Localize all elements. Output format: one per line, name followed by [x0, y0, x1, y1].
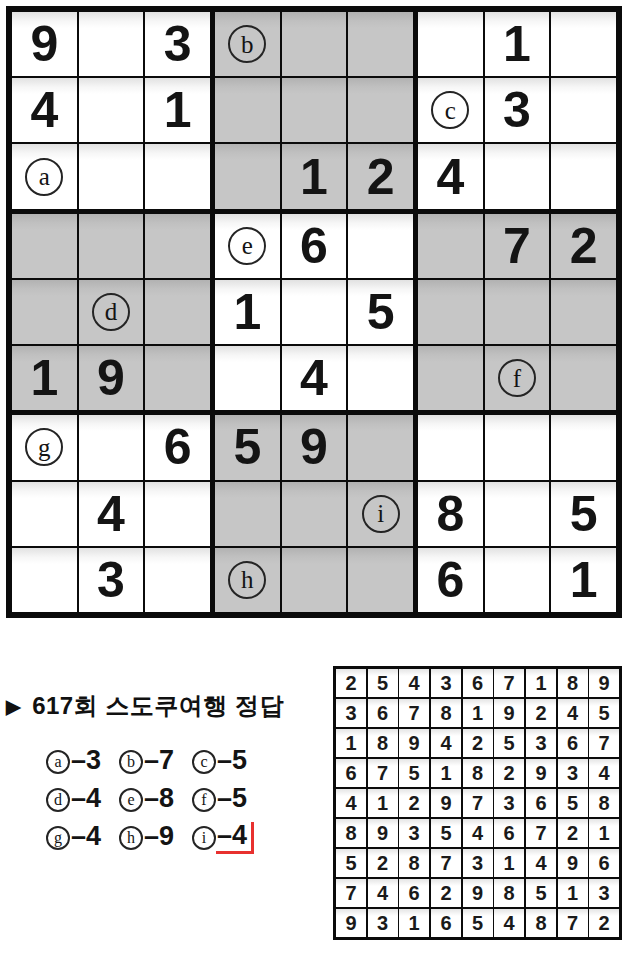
circled-letter-g: g — [25, 428, 63, 466]
puzzle-cell-r9c8[interactable] — [485, 548, 550, 612]
solution-box-5: 182973546 — [431, 759, 524, 847]
solution-cell-r7c1: 5 — [336, 849, 366, 877]
puzzle-cell-r9c3[interactable] — [145, 548, 210, 612]
puzzle-cell-r6c5[interactable]: 4 — [282, 346, 347, 410]
solution-digit: 6 — [472, 673, 483, 693]
solution-digit: 7 — [440, 853, 451, 873]
solution-digit: 7 — [598, 733, 609, 753]
puzzle-cell-r1c1[interactable]: 9 — [12, 12, 77, 76]
solution-cell-r2c9: 5 — [589, 699, 619, 727]
solution-digit: 8 — [345, 823, 356, 843]
puzzle-cell-r2c7[interactable]: c — [418, 78, 483, 142]
solution-cell-r1c7: 1 — [526, 669, 556, 697]
puzzle-digit: 4 — [300, 353, 328, 403]
solution-digit: 2 — [345, 673, 356, 693]
solution-cell-r9c6: 4 — [494, 909, 524, 937]
solution-cell-r4c9: 4 — [589, 759, 619, 787]
solution-cell-r7c7: 4 — [526, 849, 556, 877]
solution-cell-r8c1: 7 — [336, 879, 366, 907]
solution-cell-r2c2: 6 — [368, 699, 398, 727]
puzzle-cell-r5c3[interactable] — [145, 280, 210, 344]
solution-cell-r5c5: 7 — [463, 789, 493, 817]
puzzle-digit: 3 — [503, 85, 531, 135]
solution-cell-r2c7: 2 — [526, 699, 556, 727]
solution-cell-r4c2: 7 — [368, 759, 398, 787]
puzzle-cell-r5c9[interactable] — [551, 280, 616, 344]
solution-cell-r1c2: 5 — [368, 669, 398, 697]
puzzle-cell-r5c1[interactable] — [12, 280, 77, 344]
puzzle-cell-r8c1[interactable] — [12, 482, 77, 546]
puzzle-cell-r1c9[interactable] — [551, 12, 616, 76]
solution-cell-r1c1: 2 — [336, 669, 366, 697]
solution-cell-r8c8: 1 — [558, 879, 588, 907]
solution-digit: 8 — [472, 763, 483, 783]
puzzle-cell-r9c5[interactable] — [282, 548, 347, 612]
puzzle-cell-r6c7[interactable] — [418, 346, 483, 410]
puzzle-digit: 8 — [436, 489, 464, 539]
puzzle-cell-r6c3[interactable] — [145, 346, 210, 410]
solution-cell-r7c4: 7 — [431, 849, 461, 877]
answer-item-d: d–4 — [46, 786, 119, 813]
puzzle-digit: 7 — [503, 221, 531, 271]
puzzle-cell-r3c3[interactable] — [145, 144, 210, 208]
solution-digit: 3 — [408, 823, 419, 843]
puzzle-cell-r7c7[interactable] — [418, 415, 483, 479]
puzzle-cell-r2c4[interactable] — [215, 78, 280, 142]
puzzle-cell-r5c7[interactable] — [418, 280, 483, 344]
puzzle-cell-r5c2[interactable]: d — [79, 280, 144, 344]
solution-cell-r8c5: 9 — [463, 879, 493, 907]
solution-cell-r3c4: 4 — [431, 729, 461, 757]
puzzle-cell-r8c5[interactable] — [282, 482, 347, 546]
solution-box-6: 934658721 — [526, 759, 619, 847]
puzzle-digit: 9 — [30, 19, 58, 69]
solution-cell-r6c2: 9 — [368, 819, 398, 847]
solution-digit: 7 — [408, 703, 419, 723]
circled-letter-b: b — [119, 750, 143, 774]
puzzle-cell-r6c4[interactable] — [215, 346, 280, 410]
solution-digit: 7 — [503, 673, 514, 693]
solution-digit: 5 — [503, 733, 514, 753]
puzzle-cell-r4c8[interactable]: 7 — [485, 214, 550, 278]
solution-digit: 8 — [535, 913, 546, 933]
solution-digit: 5 — [408, 763, 419, 783]
puzzle-digit: 1 — [233, 287, 261, 337]
puzzle-cell-r8c7[interactable]: 8 — [418, 482, 483, 546]
solution-box-2: 367819425 — [431, 669, 524, 757]
solution-digit: 4 — [567, 703, 578, 723]
puzzle-digit: 4 — [30, 85, 58, 135]
answer-key: a–3b–7c–5d–4e–8f–5g–4h–9i–4 — [46, 748, 265, 851]
puzzle-box-6: 72f — [418, 214, 616, 411]
puzzle-digit: 1 — [503, 19, 531, 69]
puzzle-digit: 1 — [164, 85, 192, 135]
solution-digit: 6 — [598, 853, 609, 873]
answer-value-a: –3 — [70, 747, 103, 776]
solution-digit: 1 — [440, 763, 451, 783]
puzzle-cell-r6c8[interactable]: f — [485, 346, 550, 410]
answer-item-b: b–7 — [119, 748, 192, 775]
solution-digit: 9 — [345, 913, 356, 933]
puzzle-digit: 6 — [164, 422, 192, 472]
puzzle-box-3: 1c34 — [418, 12, 616, 209]
solution-digit: 8 — [567, 673, 578, 693]
puzzle-cell-r1c2[interactable] — [79, 12, 144, 76]
solution-digit: 9 — [535, 763, 546, 783]
puzzle-cell-r9c4[interactable]: h — [215, 548, 280, 612]
solution-cell-r1c4: 3 — [431, 669, 461, 697]
solution-digit: 7 — [472, 793, 483, 813]
solution-digit: 4 — [408, 673, 419, 693]
puzzle-cell-r3c2[interactable] — [79, 144, 144, 208]
solution-digit: 2 — [472, 733, 483, 753]
puzzle-digit: 5 — [233, 422, 261, 472]
puzzle-cell-r9c7[interactable]: 6 — [418, 548, 483, 612]
solution-digit: 9 — [408, 733, 419, 753]
puzzle-cell-r7c5[interactable]: 9 — [282, 415, 347, 479]
circled-letter-a: a — [25, 158, 63, 196]
puzzle-cell-r9c9[interactable]: 1 — [551, 548, 616, 612]
solution-digit: 3 — [377, 913, 388, 933]
solution-cell-r5c2: 1 — [368, 789, 398, 817]
circled-letter-h: h — [119, 826, 143, 850]
puzzle-cell-r4c3[interactable] — [145, 214, 210, 278]
solution-cell-r1c6: 7 — [494, 669, 524, 697]
solution-digit: 1 — [535, 673, 546, 693]
circled-letter-a: a — [46, 750, 70, 774]
solution-cell-r9c9: 2 — [589, 909, 619, 937]
circled-letter-d: d — [46, 788, 70, 812]
puzzle-cell-r5c8[interactable] — [485, 280, 550, 344]
solution-digit: 1 — [345, 733, 356, 753]
puzzle-cell-r3c1[interactable]: a — [12, 144, 77, 208]
puzzle-cell-r2c6[interactable] — [348, 78, 413, 142]
solution-digit: 5 — [440, 823, 451, 843]
puzzle-cell-r5c4[interactable]: 1 — [215, 280, 280, 344]
solution-cell-r3c6: 5 — [494, 729, 524, 757]
solution-digit: 9 — [567, 853, 578, 873]
solution-cell-r4c3: 5 — [399, 759, 429, 787]
answer-item-a: a–3 — [46, 748, 119, 775]
solution-digit: 4 — [598, 763, 609, 783]
puzzle-cell-r2c3[interactable]: 1 — [145, 78, 210, 142]
solution-cell-r9c7: 8 — [526, 909, 556, 937]
puzzle-cell-r4c7[interactable] — [418, 214, 483, 278]
puzzle-box-2: b12 — [215, 12, 413, 209]
solution-digit: 5 — [567, 793, 578, 813]
puzzle-cell-r7c6[interactable] — [348, 415, 413, 479]
solution-cell-r6c6: 6 — [494, 819, 524, 847]
circled-letter-f: f — [498, 359, 536, 397]
solution-cell-r3c1: 1 — [336, 729, 366, 757]
solution-digit: 6 — [377, 703, 388, 723]
puzzle-digit: 3 — [97, 555, 125, 605]
solution-digit: 5 — [377, 673, 388, 693]
solution-digit: 4 — [345, 793, 356, 813]
solution-cell-r6c8: 2 — [558, 819, 588, 847]
solution-cell-r9c4: 6 — [431, 909, 461, 937]
solution-cell-r5c3: 2 — [399, 789, 429, 817]
puzzle-cell-r9c1[interactable] — [12, 548, 77, 612]
solution-digit: 1 — [598, 823, 609, 843]
puzzle-cell-r3c5[interactable]: 1 — [282, 144, 347, 208]
puzzle-cell-r1c4[interactable]: b — [215, 12, 280, 76]
solution-digit: 8 — [503, 883, 514, 903]
puzzle-digit: 9 — [97, 353, 125, 403]
solution-digit: 3 — [440, 673, 451, 693]
puzzle-cell-r1c8[interactable]: 1 — [485, 12, 550, 76]
puzzle-digit: 6 — [300, 221, 328, 271]
solution-digit: 2 — [503, 763, 514, 783]
puzzle-cell-r9c2[interactable]: 3 — [79, 548, 144, 612]
circled-letter-f: f — [192, 788, 216, 812]
puzzle-cell-r2c8[interactable]: 3 — [485, 78, 550, 142]
solution-digit: 3 — [535, 733, 546, 753]
solution-digit: 9 — [472, 883, 483, 903]
solution-cell-r7c3: 8 — [399, 849, 429, 877]
puzzle-digit: 4 — [436, 152, 464, 202]
solution-cell-r7c8: 9 — [558, 849, 588, 877]
puzzle-digit: 2 — [367, 152, 395, 202]
puzzle-box-1: 9341a — [12, 12, 210, 209]
puzzle-cell-r3c4[interactable] — [215, 144, 280, 208]
puzzle-cell-r5c5[interactable] — [282, 280, 347, 344]
puzzle-cell-r2c5[interactable] — [282, 78, 347, 142]
puzzle-grid: 9341ab121c34d19e615472fg64359ih8561 — [6, 6, 622, 618]
solution-digit: 8 — [440, 703, 451, 723]
solution-cell-r2c6: 9 — [494, 699, 524, 727]
solution-cell-r5c8: 5 — [558, 789, 588, 817]
puzzle-cell-r4c6[interactable] — [348, 214, 413, 278]
puzzle-cell-r1c5[interactable] — [282, 12, 347, 76]
solution-digit: 4 — [503, 913, 514, 933]
answer-item-e: e–8 — [119, 786, 192, 813]
solution-digit: 9 — [440, 793, 451, 813]
puzzle-cell-r7c3[interactable]: 6 — [145, 415, 210, 479]
puzzle-box-9: 8561 — [418, 415, 616, 612]
puzzle-cell-r6c6[interactable] — [348, 346, 413, 410]
solution-digit: 9 — [377, 823, 388, 843]
solution-digit: 7 — [345, 883, 356, 903]
circled-letter-h: h — [228, 561, 266, 599]
solution-digit: 1 — [408, 913, 419, 933]
puzzle-cell-r2c2[interactable] — [79, 78, 144, 142]
solution-cell-r9c5: 5 — [463, 909, 493, 937]
puzzle-cell-r8c9[interactable]: 5 — [551, 482, 616, 546]
solution-cell-r8c4: 2 — [431, 879, 461, 907]
solution-cell-r9c3: 1 — [399, 909, 429, 937]
puzzle-cell-r8c3[interactable] — [145, 482, 210, 546]
solution-cell-r6c9: 1 — [589, 819, 619, 847]
solution-box-1: 254367189 — [336, 669, 429, 757]
solution-cell-r5c7: 6 — [526, 789, 556, 817]
puzzle-cell-r8c2[interactable]: 4 — [79, 482, 144, 546]
puzzle-cell-r3c6[interactable]: 2 — [348, 144, 413, 208]
puzzle-cell-r1c7[interactable] — [418, 12, 483, 76]
solution-cell-r8c9: 3 — [589, 879, 619, 907]
puzzle-cell-r6c1[interactable]: 1 — [12, 346, 77, 410]
solution-cell-r8c7: 5 — [526, 879, 556, 907]
solution-digit: 4 — [440, 733, 451, 753]
solution-digit: 3 — [567, 763, 578, 783]
solution-digit: 5 — [472, 913, 483, 933]
puzzle-box-7: g643 — [12, 415, 210, 612]
solution-cell-r7c9: 6 — [589, 849, 619, 877]
solution-digit: 2 — [535, 703, 546, 723]
solution-digit: 2 — [377, 853, 388, 873]
puzzle-cell-r3c7[interactable]: 4 — [418, 144, 483, 208]
puzzle-cell-r3c9[interactable] — [551, 144, 616, 208]
solution-cell-r9c2: 3 — [368, 909, 398, 937]
puzzle-cell-r1c3[interactable]: 3 — [145, 12, 210, 76]
puzzle-digit: 4 — [97, 489, 125, 539]
answer-value-e: –8 — [143, 785, 176, 814]
pointer-icon: ▶ — [6, 697, 21, 716]
answer-item-f: f–5 — [192, 786, 265, 813]
solution-digit: 4 — [535, 853, 546, 873]
puzzle-box-5: e6154 — [215, 214, 413, 411]
answer-value-b: –7 — [143, 747, 176, 776]
solution-cell-r8c3: 6 — [399, 879, 429, 907]
puzzle-digit: 5 — [570, 489, 598, 539]
solution-digit: 9 — [598, 673, 609, 693]
solution-cell-r1c9: 9 — [589, 669, 619, 697]
solution-cell-r2c3: 7 — [399, 699, 429, 727]
solution-digit: 6 — [503, 823, 514, 843]
answer-value-g: –4 — [70, 823, 103, 852]
solution-digit: 8 — [408, 853, 419, 873]
circled-letter-c: c — [431, 91, 469, 129]
puzzle-cell-r7c2[interactable] — [79, 415, 144, 479]
solution-digit: 5 — [535, 883, 546, 903]
answer-title-text: 617회 스도쿠여행 정답 — [32, 690, 284, 722]
solution-digit: 2 — [567, 823, 578, 843]
solution-cell-r4c8: 3 — [558, 759, 588, 787]
solution-digit: 7 — [567, 913, 578, 933]
solution-digit: 9 — [503, 703, 514, 723]
solution-cell-r2c5: 1 — [463, 699, 493, 727]
solution-box-9: 496513872 — [526, 849, 619, 937]
answer-value-h: –9 — [143, 823, 176, 852]
solution-digit: 1 — [503, 853, 514, 873]
solution-cell-r1c3: 4 — [399, 669, 429, 697]
puzzle-digit: 9 — [300, 422, 328, 472]
puzzle-cell-r4c4[interactable]: e — [215, 214, 280, 278]
solution-digit: 8 — [377, 733, 388, 753]
solution-cell-r5c9: 8 — [589, 789, 619, 817]
solution-cell-r6c1: 8 — [336, 819, 366, 847]
answer-item-i: i–4 — [192, 824, 265, 851]
answer-item-g: g–4 — [46, 824, 119, 851]
puzzle-cell-r7c1[interactable]: g — [12, 415, 77, 479]
solution-digit: 2 — [440, 883, 451, 903]
solution-digit: 1 — [377, 793, 388, 813]
puzzle-cell-r4c2[interactable] — [79, 214, 144, 278]
solution-digit: 8 — [598, 793, 609, 813]
circled-letter-i: i — [192, 826, 216, 850]
puzzle-cell-r5c6[interactable]: 5 — [348, 280, 413, 344]
solution-cell-r3c8: 6 — [558, 729, 588, 757]
puzzle-cell-r6c9[interactable] — [551, 346, 616, 410]
puzzle-digit: 1 — [570, 555, 598, 605]
solution-digit: 7 — [535, 823, 546, 843]
answer-value-i: –4 — [216, 822, 254, 854]
answer-item-c: c–5 — [192, 748, 265, 775]
solution-digit: 1 — [567, 883, 578, 903]
solution-digit: 6 — [440, 913, 451, 933]
puzzle-cell-r2c9[interactable] — [551, 78, 616, 142]
solution-digit: 6 — [535, 793, 546, 813]
solution-digit: 4 — [472, 823, 483, 843]
puzzle-digit: 1 — [300, 152, 328, 202]
solution-digit: 1 — [472, 703, 483, 723]
circled-letter-g: g — [46, 826, 70, 850]
puzzle-cell-r9c6[interactable] — [348, 548, 413, 612]
puzzle-digit: 5 — [367, 287, 395, 337]
solution-cell-r3c5: 2 — [463, 729, 493, 757]
puzzle-cell-r7c8[interactable] — [485, 415, 550, 479]
solution-cell-r3c3: 9 — [399, 729, 429, 757]
solution-cell-r2c1: 3 — [336, 699, 366, 727]
solution-cell-r6c3: 3 — [399, 819, 429, 847]
puzzle-cell-r7c9[interactable] — [551, 415, 616, 479]
puzzle-cell-r4c5[interactable]: 6 — [282, 214, 347, 278]
solution-cell-r8c6: 8 — [494, 879, 524, 907]
puzzle-box-4: d19 — [12, 214, 210, 411]
solution-cell-r1c5: 6 — [463, 669, 493, 697]
solution-cell-r8c2: 4 — [368, 879, 398, 907]
puzzle-cell-r8c8[interactable] — [485, 482, 550, 546]
puzzle-cell-r4c9[interactable]: 2 — [551, 214, 616, 278]
solution-cell-r7c6: 1 — [494, 849, 524, 877]
solution-cell-r1c8: 8 — [558, 669, 588, 697]
solution-digit: 3 — [503, 793, 514, 813]
solution-cell-r4c5: 8 — [463, 759, 493, 787]
answer-value-f: –5 — [216, 785, 249, 814]
puzzle-cell-r6c2[interactable]: 9 — [79, 346, 144, 410]
solution-grid: 2543671893678194251892453676754128931829… — [333, 666, 622, 940]
solution-cell-r6c4: 5 — [431, 819, 461, 847]
solution-digit: 3 — [472, 853, 483, 873]
circled-letter-c: c — [192, 750, 216, 774]
solution-digit: 4 — [377, 883, 388, 903]
answer-title: ▶ 617회 스도쿠여행 정답 — [6, 690, 284, 722]
solution-cell-r5c1: 4 — [336, 789, 366, 817]
puzzle-cell-r8c6[interactable]: i — [348, 482, 413, 546]
solution-box-4: 675412893 — [336, 759, 429, 847]
puzzle-cell-r3c8[interactable] — [485, 144, 550, 208]
solution-cell-r4c4: 1 — [431, 759, 461, 787]
puzzle-cell-r7c4[interactable]: 5 — [215, 415, 280, 479]
puzzle-digit: 6 — [436, 555, 464, 605]
solution-cell-r6c7: 7 — [526, 819, 556, 847]
solution-cell-r3c9: 7 — [589, 729, 619, 757]
solution-cell-r3c2: 8 — [368, 729, 398, 757]
puzzle-cell-r1c6[interactable] — [348, 12, 413, 76]
puzzle-digit: 2 — [570, 221, 598, 271]
solution-cell-r4c1: 6 — [336, 759, 366, 787]
puzzle-cell-r4c1[interactable] — [12, 214, 77, 278]
circled-letter-e: e — [119, 788, 143, 812]
solution-cell-r9c1: 9 — [336, 909, 366, 937]
puzzle-cell-r8c4[interactable] — [215, 482, 280, 546]
solution-cell-r6c5: 4 — [463, 819, 493, 847]
answer-value-d: –4 — [70, 785, 103, 814]
solution-cell-r2c8: 4 — [558, 699, 588, 727]
solution-digit: 7 — [377, 763, 388, 783]
solution-digit: 3 — [345, 703, 356, 723]
puzzle-cell-r2c1[interactable]: 4 — [12, 78, 77, 142]
